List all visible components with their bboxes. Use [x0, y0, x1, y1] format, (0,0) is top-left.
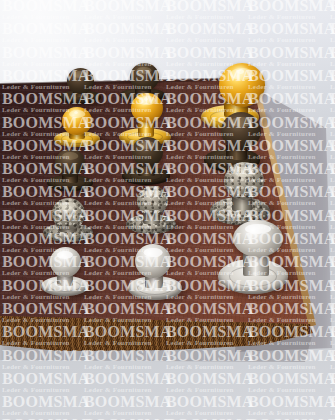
- product-photo-scene: BOOMSMALeder & FourniturenBOOMSMALeder &…: [0, 0, 335, 420]
- stud-head: [137, 186, 168, 215]
- stud-head: [67, 68, 94, 94]
- stud-head: [50, 247, 81, 276]
- stud-head: [135, 244, 171, 278]
- stud-head: [219, 63, 265, 107]
- stud-head: [221, 112, 261, 150]
- stud-head: [130, 63, 159, 91]
- stud-head: [52, 198, 85, 229]
- stud-head: [55, 149, 85, 178]
- stud-head: [224, 162, 264, 200]
- stud-head: [131, 93, 163, 123]
- stud-head: [233, 220, 283, 257]
- stud-head: [62, 107, 92, 136]
- stud-head: [132, 137, 163, 166]
